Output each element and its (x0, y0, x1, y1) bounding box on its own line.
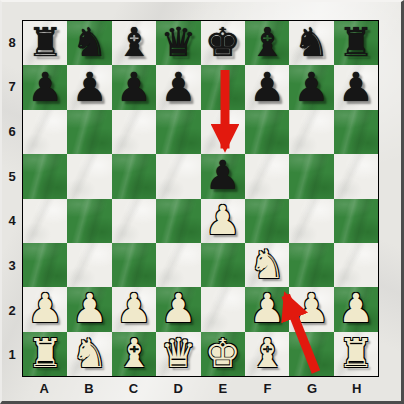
piece-white-knight[interactable]: ♞ (249, 244, 285, 284)
square-f2[interactable]: ♟ (245, 287, 289, 331)
square-c5[interactable] (112, 154, 156, 198)
square-g1[interactable] (289, 332, 333, 376)
square-e2[interactable] (201, 287, 245, 331)
square-d2[interactable]: ♟ (156, 287, 200, 331)
square-h4[interactable] (334, 199, 378, 243)
piece-black-pawn[interactable]: ♟ (116, 67, 152, 107)
piece-black-pawn[interactable]: ♟ (338, 67, 374, 107)
rank-label-2: 2 (2, 288, 22, 333)
square-a2[interactable]: ♟ (23, 287, 67, 331)
file-label-h: H (334, 377, 379, 399)
square-c3[interactable] (112, 243, 156, 287)
square-a4[interactable] (23, 199, 67, 243)
rank-label-8: 8 (2, 20, 22, 65)
square-b2[interactable]: ♟ (67, 287, 111, 331)
square-e7[interactable] (201, 65, 245, 109)
file-label-a: A (22, 377, 67, 399)
square-d7[interactable]: ♟ (156, 65, 200, 109)
square-f5[interactable] (245, 154, 289, 198)
square-g4[interactable] (289, 199, 333, 243)
rank-label-3: 3 (2, 243, 22, 288)
piece-black-rook[interactable]: ♜ (338, 22, 374, 62)
square-d8[interactable]: ♛ (156, 21, 200, 65)
piece-white-rook[interactable]: ♜ (338, 333, 374, 373)
piece-black-pawn[interactable]: ♟ (249, 67, 285, 107)
square-d3[interactable] (156, 243, 200, 287)
piece-black-queen[interactable]: ♛ (160, 22, 196, 62)
piece-black-pawn[interactable]: ♟ (72, 67, 108, 107)
square-h5[interactable] (334, 154, 378, 198)
square-a7[interactable]: ♟ (23, 65, 67, 109)
piece-black-knight[interactable]: ♞ (72, 22, 108, 62)
square-b4[interactable] (67, 199, 111, 243)
square-e3[interactable] (201, 243, 245, 287)
rank-labels: 87654321 (2, 20, 22, 377)
square-e6[interactable] (201, 110, 245, 154)
square-b8[interactable]: ♞ (67, 21, 111, 65)
piece-white-pawn[interactable]: ♟ (116, 288, 152, 328)
square-c8[interactable]: ♝ (112, 21, 156, 65)
square-a3[interactable] (23, 243, 67, 287)
piece-white-bishop[interactable]: ♝ (249, 333, 285, 373)
square-h7[interactable]: ♟ (334, 65, 378, 109)
rank-label-5: 5 (2, 154, 22, 199)
rank-label-1: 1 (2, 332, 22, 377)
square-g2[interactable]: ♟ (289, 287, 333, 331)
piece-white-pawn[interactable]: ♟ (72, 288, 108, 328)
piece-white-pawn[interactable]: ♟ (160, 288, 196, 328)
square-c7[interactable]: ♟ (112, 65, 156, 109)
square-g6[interactable] (289, 110, 333, 154)
piece-black-bishop[interactable]: ♝ (116, 22, 152, 62)
rank-label-6: 6 (2, 109, 22, 154)
square-g8[interactable]: ♞ (289, 21, 333, 65)
file-labels: ABCDEFGH (22, 377, 379, 399)
square-e4[interactable]: ♟ (201, 199, 245, 243)
piece-black-pawn[interactable]: ♟ (27, 67, 63, 107)
chessboard-frame: ♜♞♝♛♚♝♞♜♟♟♟♟♟♟♟♟♟♞♟♟♟♟♟♟♟♜♞♝♛♚♝♜ 8765432… (0, 0, 404, 404)
file-label-d: D (156, 377, 201, 399)
square-f7[interactable]: ♟ (245, 65, 289, 109)
rank-label-4: 4 (2, 199, 22, 244)
rank-label-7: 7 (2, 65, 22, 110)
square-c6[interactable] (112, 110, 156, 154)
square-f8[interactable]: ♝ (245, 21, 289, 65)
square-a5[interactable] (23, 154, 67, 198)
square-f4[interactable] (245, 199, 289, 243)
piece-white-pawn[interactable]: ♟ (294, 288, 330, 328)
piece-black-pawn[interactable]: ♟ (160, 67, 196, 107)
piece-white-pawn[interactable]: ♟ (205, 200, 241, 240)
piece-black-pawn[interactable]: ♟ (294, 67, 330, 107)
piece-white-pawn[interactable]: ♟ (249, 288, 285, 328)
square-e8[interactable]: ♚ (201, 21, 245, 65)
square-d6[interactable] (156, 110, 200, 154)
square-b1[interactable]: ♞ (67, 332, 111, 376)
square-b5[interactable] (67, 154, 111, 198)
chess-board: ♜♞♝♛♚♝♞♜♟♟♟♟♟♟♟♟♟♞♟♟♟♟♟♟♟♜♞♝♛♚♝♜ (22, 20, 379, 377)
file-label-g: G (290, 377, 335, 399)
piece-black-bishop[interactable]: ♝ (249, 22, 285, 62)
piece-white-pawn[interactable]: ♟ (27, 288, 63, 328)
square-h6[interactable] (334, 110, 378, 154)
file-label-e: E (201, 377, 246, 399)
square-h2[interactable]: ♟ (334, 287, 378, 331)
piece-white-king[interactable]: ♚ (205, 333, 241, 373)
square-a6[interactable] (23, 110, 67, 154)
square-c1[interactable]: ♝ (112, 332, 156, 376)
square-b3[interactable] (67, 243, 111, 287)
file-label-f: F (245, 377, 290, 399)
piece-black-knight[interactable]: ♞ (294, 22, 330, 62)
square-h3[interactable] (334, 243, 378, 287)
square-d5[interactable] (156, 154, 200, 198)
piece-white-queen[interactable]: ♛ (160, 333, 196, 373)
square-g7[interactable]: ♟ (289, 65, 333, 109)
piece-black-king[interactable]: ♚ (205, 22, 241, 62)
piece-white-bishop[interactable]: ♝ (116, 333, 152, 373)
piece-white-pawn[interactable]: ♟ (338, 288, 374, 328)
square-a8[interactable]: ♜ (23, 21, 67, 65)
piece-black-rook[interactable]: ♜ (27, 22, 63, 62)
square-b6[interactable] (67, 110, 111, 154)
square-d4[interactable] (156, 199, 200, 243)
square-a1[interactable]: ♜ (23, 332, 67, 376)
square-g3[interactable] (289, 243, 333, 287)
square-b7[interactable]: ♟ (67, 65, 111, 109)
square-h1[interactable]: ♜ (334, 332, 378, 376)
square-f3[interactable]: ♞ (245, 243, 289, 287)
square-e1[interactable]: ♚ (201, 332, 245, 376)
square-c2[interactable]: ♟ (112, 287, 156, 331)
piece-white-rook[interactable]: ♜ (27, 333, 63, 373)
file-label-b: B (67, 377, 112, 399)
square-e5[interactable]: ♟ (201, 154, 245, 198)
square-f1[interactable]: ♝ (245, 332, 289, 376)
square-c4[interactable] (112, 199, 156, 243)
file-label-c: C (111, 377, 156, 399)
piece-black-pawn[interactable]: ♟ (205, 155, 241, 195)
square-d1[interactable]: ♛ (156, 332, 200, 376)
square-g5[interactable] (289, 154, 333, 198)
piece-white-knight[interactable]: ♞ (72, 333, 108, 373)
square-f6[interactable] (245, 110, 289, 154)
square-h8[interactable]: ♜ (334, 21, 378, 65)
